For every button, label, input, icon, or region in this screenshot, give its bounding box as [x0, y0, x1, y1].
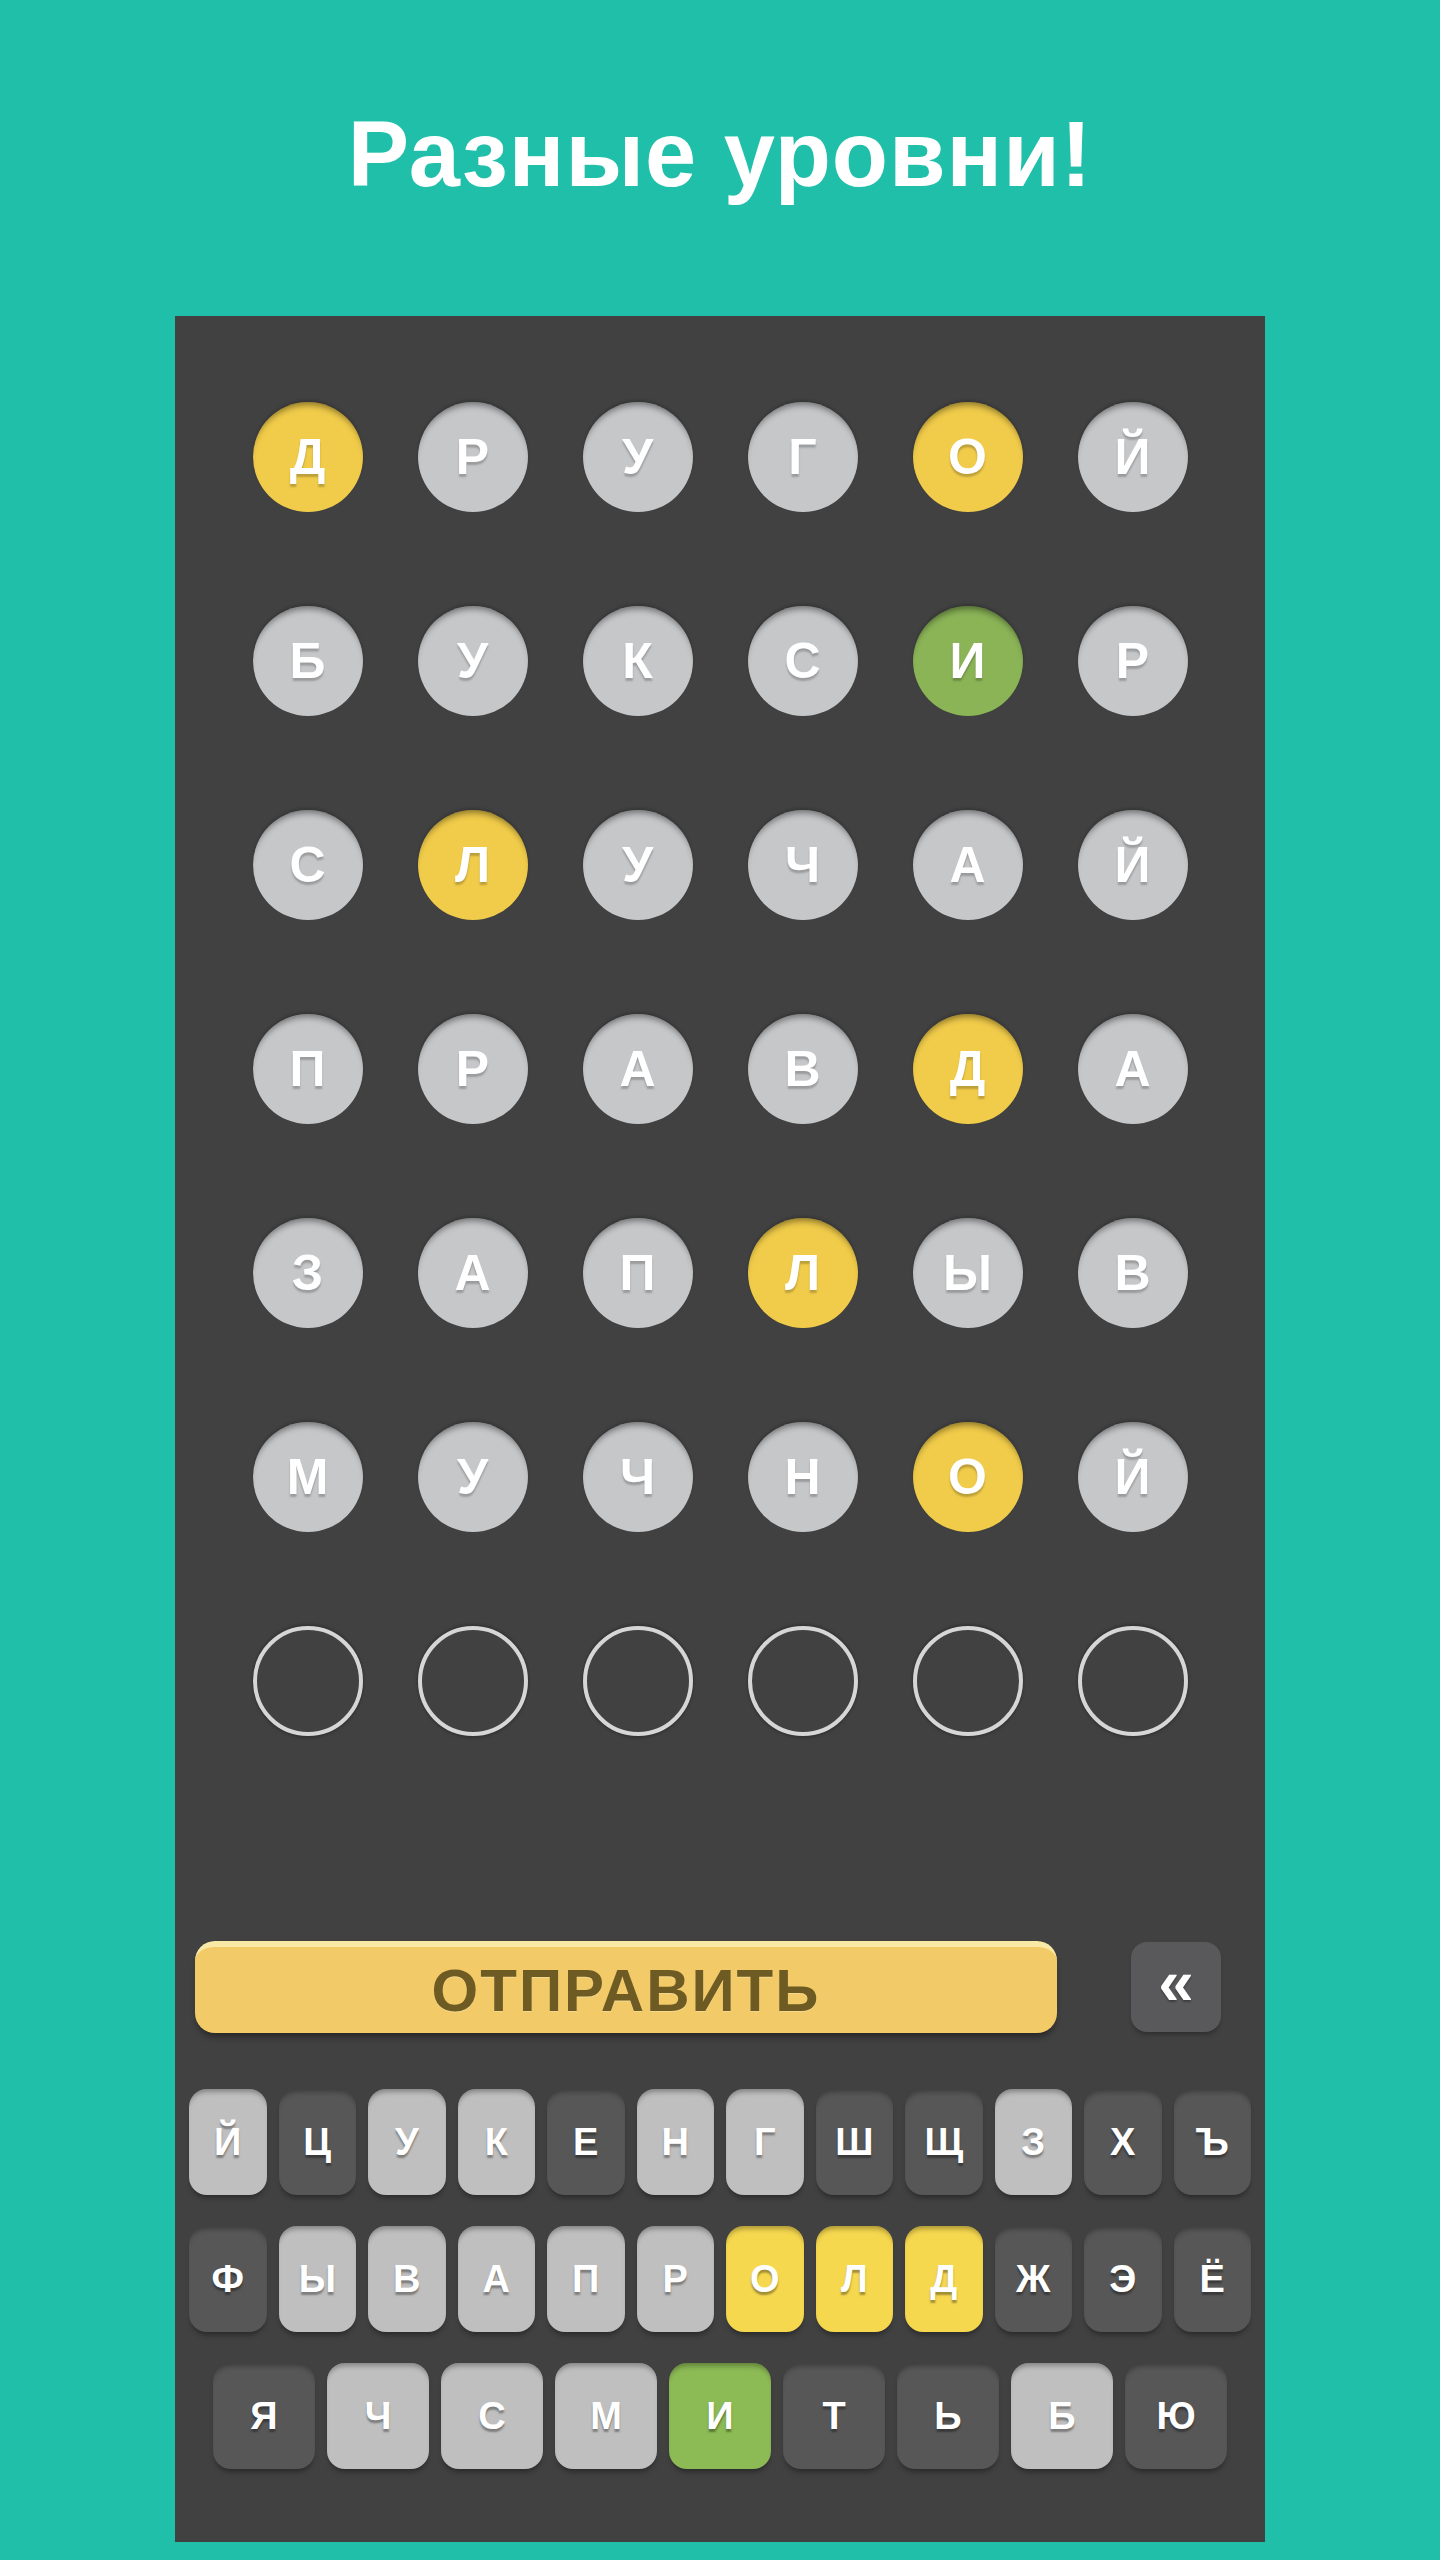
- key-З[interactable]: З: [995, 2089, 1073, 2195]
- grid-cell: Й: [1078, 810, 1188, 920]
- grid-cell: Ы: [913, 1218, 1023, 1328]
- key-Ф[interactable]: Ф: [189, 2226, 267, 2332]
- grid-cell: [583, 1626, 693, 1736]
- key-Ч[interactable]: Ч: [327, 2363, 429, 2469]
- submit-button[interactable]: ОТПРАВИТЬ: [195, 1941, 1057, 2033]
- key-Ь[interactable]: Ь: [897, 2363, 999, 2469]
- key-Ё[interactable]: Ё: [1174, 2226, 1252, 2332]
- key-Я[interactable]: Я: [213, 2363, 315, 2469]
- grid-cell: [913, 1626, 1023, 1736]
- grid-cell: А: [583, 1014, 693, 1124]
- grid-cell: К: [583, 606, 693, 716]
- grid-cell: Н: [748, 1422, 858, 1532]
- key-Ж[interactable]: Ж: [995, 2226, 1073, 2332]
- key-Т[interactable]: Т: [783, 2363, 885, 2469]
- keyboard-row: ФЫВАПРОЛДЖЭЁ: [189, 2226, 1251, 2332]
- key-Г[interactable]: Г: [726, 2089, 804, 2195]
- key-Э[interactable]: Э: [1084, 2226, 1162, 2332]
- game-board-panel: ДРУГОЙБУКСИРСЛУЧАЙПРАВДАЗАПЛЫВМУЧНОЙ ОТП…: [175, 316, 1265, 2542]
- grid-cell: [1078, 1626, 1188, 1736]
- grid-cell: У: [418, 606, 528, 716]
- grid-cell: У: [418, 1422, 528, 1532]
- grid-cell: Г: [748, 402, 858, 512]
- key-Ш[interactable]: Ш: [816, 2089, 894, 2195]
- grid-cell: П: [253, 1014, 363, 1124]
- key-Ц[interactable]: Ц: [279, 2089, 357, 2195]
- grid-cell: П: [583, 1218, 693, 1328]
- keyboard: ЙЦУКЕНГШЩЗХЪФЫВАПРОЛДЖЭЁЯЧСМИТЬБЮ: [189, 2089, 1251, 2500]
- keyboard-row: ЯЧСМИТЬБЮ: [189, 2363, 1251, 2469]
- keyboard-row: ЙЦУКЕНГШЩЗХЪ: [189, 2089, 1251, 2195]
- grid-cell: Й: [1078, 402, 1188, 512]
- key-Ъ[interactable]: Ъ: [1174, 2089, 1252, 2195]
- grid-cell: У: [583, 810, 693, 920]
- page-title: Разные уровни!: [0, 102, 1440, 207]
- key-Р[interactable]: Р: [637, 2226, 715, 2332]
- key-Н[interactable]: Н: [637, 2089, 715, 2195]
- grid-cell: Л: [418, 810, 528, 920]
- grid-cell: А: [1078, 1014, 1188, 1124]
- key-Ю[interactable]: Ю: [1125, 2363, 1227, 2469]
- action-bar: ОТПРАВИТЬ «: [195, 1941, 1221, 2033]
- grid-cell: [253, 1626, 363, 1736]
- key-Е[interactable]: Е: [547, 2089, 625, 2195]
- grid-cell: О: [913, 1422, 1023, 1532]
- key-С[interactable]: С: [441, 2363, 543, 2469]
- key-Й[interactable]: Й: [189, 2089, 267, 2195]
- backspace-button[interactable]: «: [1131, 1942, 1221, 2032]
- grid-cell: Р: [418, 402, 528, 512]
- grid-cell: Ч: [748, 810, 858, 920]
- grid-cell: О: [913, 402, 1023, 512]
- key-О[interactable]: О: [726, 2226, 804, 2332]
- key-У[interactable]: У: [368, 2089, 446, 2195]
- grid-cell: [418, 1626, 528, 1736]
- grid-cell: Д: [913, 1014, 1023, 1124]
- grid-cell: Р: [1078, 606, 1188, 716]
- key-Ы[interactable]: Ы: [279, 2226, 357, 2332]
- grid-cell: Д: [253, 402, 363, 512]
- grid-cell: А: [418, 1218, 528, 1328]
- grid-cell: И: [913, 606, 1023, 716]
- grid-cell: В: [1078, 1218, 1188, 1328]
- grid-cell: А: [913, 810, 1023, 920]
- grid-cell: Р: [418, 1014, 528, 1124]
- grid-cell: С: [748, 606, 858, 716]
- key-Л[interactable]: Л: [816, 2226, 894, 2332]
- grid-cell: Б: [253, 606, 363, 716]
- key-Щ[interactable]: Щ: [905, 2089, 983, 2195]
- grid-cell: С: [253, 810, 363, 920]
- key-В[interactable]: В: [368, 2226, 446, 2332]
- key-И[interactable]: И: [669, 2363, 771, 2469]
- grid-cell: Л: [748, 1218, 858, 1328]
- key-Д[interactable]: Д: [905, 2226, 983, 2332]
- grid-cell: В: [748, 1014, 858, 1124]
- key-Б[interactable]: Б: [1011, 2363, 1113, 2469]
- key-Х[interactable]: Х: [1084, 2089, 1162, 2195]
- grid-cell: М: [253, 1422, 363, 1532]
- grid-cell: З: [253, 1218, 363, 1328]
- grid-cell: У: [583, 402, 693, 512]
- key-К[interactable]: К: [458, 2089, 536, 2195]
- grid-cell: Ч: [583, 1422, 693, 1532]
- backspace-icon: «: [1158, 1950, 1194, 2014]
- letter-grid: ДРУГОЙБУКСИРСЛУЧАЙПРАВДАЗАПЛЫВМУЧНОЙ: [175, 402, 1265, 1736]
- key-А[interactable]: А: [458, 2226, 536, 2332]
- grid-cell: [748, 1626, 858, 1736]
- key-М[interactable]: М: [555, 2363, 657, 2469]
- key-П[interactable]: П: [547, 2226, 625, 2332]
- grid-cell: Й: [1078, 1422, 1188, 1532]
